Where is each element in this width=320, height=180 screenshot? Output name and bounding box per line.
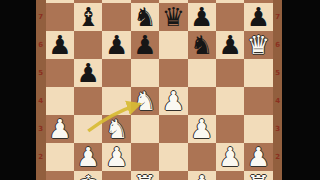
square-b5[interactable]: ♟ [74,59,102,87]
square-g2[interactable]: ♟ [216,143,244,171]
square-g7[interactable] [216,3,244,31]
square-e6[interactable] [159,31,187,59]
square-c2[interactable]: ♟ [102,143,130,171]
square-a3[interactable]: ♟ [46,115,74,143]
piece-white-pawn-g2: ♟ [216,143,244,171]
piece-black-pawn-h7: ♟ [244,3,272,31]
piece-white-pawn-f3: ♟ [188,115,216,143]
square-e2[interactable] [159,143,187,171]
piece-white-pawn-b2: ♟ [74,143,102,171]
square-d5[interactable] [131,59,159,87]
square-c1[interactable] [102,171,130,180]
square-h3[interactable] [244,115,272,143]
piece-black-bishop-b7: ♝ [74,3,102,31]
rank-label-7: 7 [36,13,46,21]
piece-black-pawn-c6: ♟ [102,31,130,59]
piece-black-pawn-b5: ♟ [74,59,102,87]
piece-black-knight-d7: ♞ [131,3,159,31]
square-f6[interactable]: ♞ [188,31,216,59]
piece-white-pawn-e4: ♟ [159,87,187,115]
chess-app-screen: 87654321 ♚♜♜♝♞♛♟♟♟♟♟♞♟♛♟♞♟♟♞♟♟♟♟♟♚♜♝♜ 87… [0,0,320,180]
square-g1[interactable] [216,171,244,180]
square-h7[interactable]: ♟ [244,3,272,31]
piece-white-knight-d4: ♞ [131,87,159,115]
square-e4[interactable]: ♟ [159,87,187,115]
rank-label-4: 4 [273,97,282,105]
rank-label-5: 5 [273,69,282,77]
piece-white-knight-c3: ♞ [102,115,130,143]
piece-black-pawn-a6: ♟ [46,31,74,59]
square-f3[interactable]: ♟ [188,115,216,143]
square-a1[interactable] [46,171,74,180]
piece-white-pawn-a3: ♟ [46,115,74,143]
square-b7[interactable]: ♝ [74,3,102,31]
square-a2[interactable] [46,143,74,171]
square-c5[interactable] [102,59,130,87]
piece-white-king-b1: ♚ [74,171,102,180]
square-b2[interactable]: ♟ [74,143,102,171]
piece-white-bishop-f1: ♝ [188,171,216,180]
piece-white-rook-h1: ♜ [244,171,272,180]
piece-white-pawn-c2: ♟ [102,143,130,171]
rank-label-5: 5 [36,69,46,77]
piece-black-pawn-g6: ♟ [216,31,244,59]
square-a7[interactable] [46,3,74,31]
piece-white-pawn-h2: ♟ [244,143,272,171]
square-c3[interactable]: ♞ [102,115,130,143]
rank-label-6: 6 [36,41,46,49]
square-h2[interactable]: ♟ [244,143,272,171]
square-g6[interactable]: ♟ [216,31,244,59]
square-d3[interactable] [131,115,159,143]
square-g5[interactable] [216,59,244,87]
piece-white-rook-d1: ♜ [131,171,159,180]
square-a5[interactable] [46,59,74,87]
square-f1[interactable]: ♝ [188,171,216,180]
square-d1[interactable]: ♜ [131,171,159,180]
square-f5[interactable] [188,59,216,87]
piece-black-pawn-f7: ♟ [188,3,216,31]
square-b4[interactable] [74,87,102,115]
square-b6[interactable] [74,31,102,59]
rank-coordinates-left: 87654321 [36,0,46,180]
square-e7[interactable]: ♛ [159,3,187,31]
rank-label-7: 7 [273,13,282,21]
square-d7[interactable]: ♞ [131,3,159,31]
square-g4[interactable] [216,87,244,115]
square-d6[interactable]: ♟ [131,31,159,59]
square-h1[interactable]: ♜ [244,171,272,180]
square-a4[interactable] [46,87,74,115]
piece-black-knight-f6: ♞ [188,31,216,59]
square-e1[interactable] [159,171,187,180]
square-b1[interactable]: ♚ [74,171,102,180]
square-f2[interactable] [188,143,216,171]
square-h5[interactable] [244,59,272,87]
square-h4[interactable] [244,87,272,115]
square-e5[interactable] [159,59,187,87]
rank-label-2: 2 [36,153,46,161]
square-d4[interactable]: ♞ [131,87,159,115]
square-h6[interactable]: ♛ [244,31,272,59]
chess-board: ♚♜♜♝♞♛♟♟♟♟♟♞♟♛♟♞♟♟♞♟♟♟♟♟♚♜♝♜ [46,0,273,180]
rank-coordinates-right: 87654321 [273,0,282,180]
piece-black-pawn-d6: ♟ [131,31,159,59]
rank-label-2: 2 [273,153,282,161]
rank-label-3: 3 [36,125,46,133]
square-c4[interactable] [102,87,130,115]
rank-label-4: 4 [36,97,46,105]
square-e3[interactable] [159,115,187,143]
square-f7[interactable]: ♟ [188,3,216,31]
square-c7[interactable] [102,3,130,31]
rank-label-3: 3 [273,125,282,133]
square-a6[interactable]: ♟ [46,31,74,59]
square-d2[interactable] [131,143,159,171]
rank-label-6: 6 [273,41,282,49]
square-f4[interactable] [188,87,216,115]
piece-black-queen-e7: ♛ [159,3,187,31]
square-c6[interactable]: ♟ [102,31,130,59]
square-g3[interactable] [216,115,244,143]
piece-white-queen-h6: ♛ [244,31,272,59]
square-b3[interactable] [74,115,102,143]
